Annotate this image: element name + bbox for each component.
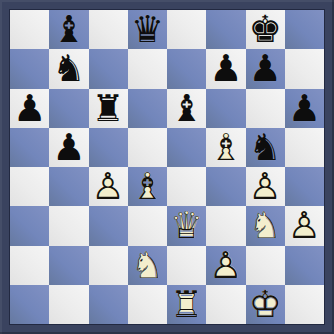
- square-b6[interactable]: [49, 89, 88, 128]
- white-pawn[interactable]: ♟♙: [246, 167, 285, 206]
- square-g4[interactable]: ♟♙: [246, 167, 285, 206]
- square-e7[interactable]: [167, 49, 206, 88]
- square-c2[interactable]: [89, 246, 128, 285]
- square-c6[interactable]: ♜: [89, 89, 128, 128]
- square-h5[interactable]: [285, 128, 324, 167]
- white-queen[interactable]: ♛♕: [167, 206, 206, 245]
- square-g7[interactable]: ♟: [246, 49, 285, 88]
- black-knight[interactable]: ♞: [246, 128, 285, 167]
- square-c3[interactable]: [89, 206, 128, 245]
- black-pawn[interactable]: ♟: [49, 128, 88, 167]
- square-e2[interactable]: [167, 246, 206, 285]
- square-f7[interactable]: ♟: [206, 49, 245, 88]
- black-pawn[interactable]: ♟: [206, 49, 245, 88]
- square-b2[interactable]: [49, 246, 88, 285]
- black-king[interactable]: ♚: [246, 10, 285, 49]
- white-knight[interactable]: ♞♘: [246, 206, 285, 245]
- square-b8[interactable]: ♝: [49, 10, 88, 49]
- square-f8[interactable]: [206, 10, 245, 49]
- square-d4[interactable]: ♝♗: [128, 167, 167, 206]
- square-b1[interactable]: [49, 285, 88, 324]
- square-g3[interactable]: ♞♘: [246, 206, 285, 245]
- square-f1[interactable]: [206, 285, 245, 324]
- square-c8[interactable]: [89, 10, 128, 49]
- square-h2[interactable]: [285, 246, 324, 285]
- square-d7[interactable]: [128, 49, 167, 88]
- square-a4[interactable]: [10, 167, 49, 206]
- black-queen[interactable]: ♛: [128, 10, 167, 49]
- white-pawn[interactable]: ♟♙: [89, 167, 128, 206]
- square-a7[interactable]: [10, 49, 49, 88]
- square-h4[interactable]: [285, 167, 324, 206]
- square-b7[interactable]: ♞: [49, 49, 88, 88]
- square-c5[interactable]: [89, 128, 128, 167]
- board-frame: ♝♛♚♞♟♟♟♜♝♟♟♝♗♞♟♙♝♗♟♙♛♕♞♘♟♙♞♘♟♙♜♖♚♔: [0, 0, 334, 334]
- white-knight[interactable]: ♞♘: [128, 246, 167, 285]
- square-g1[interactable]: ♚♔: [246, 285, 285, 324]
- square-a8[interactable]: [10, 10, 49, 49]
- square-g5[interactable]: ♞: [246, 128, 285, 167]
- square-d6[interactable]: [128, 89, 167, 128]
- square-e1[interactable]: ♜♖: [167, 285, 206, 324]
- square-g8[interactable]: ♚: [246, 10, 285, 49]
- square-e8[interactable]: [167, 10, 206, 49]
- chess-board: ♝♛♚♞♟♟♟♜♝♟♟♝♗♞♟♙♝♗♟♙♛♕♞♘♟♙♞♘♟♙♜♖♚♔: [10, 10, 324, 324]
- square-g6[interactable]: [246, 89, 285, 128]
- white-bishop[interactable]: ♝♗: [206, 128, 245, 167]
- black-bishop[interactable]: ♝: [49, 10, 88, 49]
- square-d2[interactable]: ♞♘: [128, 246, 167, 285]
- black-rook[interactable]: ♜: [89, 89, 128, 128]
- square-h3[interactable]: ♟♙: [285, 206, 324, 245]
- square-e5[interactable]: [167, 128, 206, 167]
- square-a1[interactable]: [10, 285, 49, 324]
- square-f3[interactable]: [206, 206, 245, 245]
- square-e3[interactable]: ♛♕: [167, 206, 206, 245]
- square-a5[interactable]: [10, 128, 49, 167]
- square-f2[interactable]: ♟♙: [206, 246, 245, 285]
- square-d3[interactable]: [128, 206, 167, 245]
- square-c7[interactable]: [89, 49, 128, 88]
- black-knight[interactable]: ♞: [49, 49, 88, 88]
- white-pawn[interactable]: ♟♙: [206, 246, 245, 285]
- square-a3[interactable]: [10, 206, 49, 245]
- white-bishop[interactable]: ♝♗: [128, 167, 167, 206]
- square-h7[interactable]: [285, 49, 324, 88]
- square-c4[interactable]: ♟♙: [89, 167, 128, 206]
- square-d5[interactable]: [128, 128, 167, 167]
- square-f4[interactable]: [206, 167, 245, 206]
- white-pawn[interactable]: ♟♙: [285, 206, 324, 245]
- square-a2[interactable]: [10, 246, 49, 285]
- square-e6[interactable]: ♝: [167, 89, 206, 128]
- square-f5[interactable]: ♝♗: [206, 128, 245, 167]
- black-bishop[interactable]: ♝: [167, 89, 206, 128]
- square-c1[interactable]: [89, 285, 128, 324]
- square-h6[interactable]: ♟: [285, 89, 324, 128]
- square-h1[interactable]: [285, 285, 324, 324]
- square-b4[interactable]: [49, 167, 88, 206]
- square-h8[interactable]: [285, 10, 324, 49]
- black-pawn[interactable]: ♟: [285, 89, 324, 128]
- square-g2[interactable]: [246, 246, 285, 285]
- black-pawn[interactable]: ♟: [246, 49, 285, 88]
- black-pawn[interactable]: ♟: [10, 89, 49, 128]
- square-b3[interactable]: [49, 206, 88, 245]
- square-e4[interactable]: [167, 167, 206, 206]
- square-b5[interactable]: ♟: [49, 128, 88, 167]
- square-d1[interactable]: [128, 285, 167, 324]
- square-a6[interactable]: ♟: [10, 89, 49, 128]
- square-d8[interactable]: ♛: [128, 10, 167, 49]
- white-king[interactable]: ♚♔: [246, 285, 285, 324]
- white-rook[interactable]: ♜♖: [167, 285, 206, 324]
- square-f6[interactable]: [206, 89, 245, 128]
